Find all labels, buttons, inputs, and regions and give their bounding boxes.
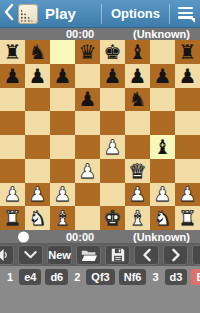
black-pawn: ♟ [104, 65, 122, 87]
collapse-button[interactable] [18, 245, 43, 265]
black-player-bar: 00:00 (Unknown) [0, 28, 200, 40]
square-e7[interactable]: ♟ [100, 64, 125, 88]
white-bishop: ♝ [129, 207, 147, 229]
white-pawn: ♟ [179, 183, 197, 205]
white-rook: ♜ [179, 207, 197, 229]
black-pawn: ♟ [29, 65, 47, 87]
square-f2[interactable]: ♟ [125, 183, 150, 207]
chevron-right-icon [170, 248, 182, 262]
black-bishop: ♝ [129, 41, 147, 63]
square-e1[interactable]: ♚ [100, 206, 125, 230]
black-clock: 00:00 [66, 28, 94, 40]
options-button[interactable]: Options [102, 0, 169, 28]
black-knight: ♞ [129, 88, 147, 110]
square-c6[interactable] [50, 88, 75, 112]
square-h3[interactable] [175, 159, 200, 183]
square-b5[interactable] [25, 111, 50, 135]
app-window: Play Options 00:00 (Unknown) ♜♞♛♚♝♜♟♟♟♟♟… [0, 0, 200, 313]
black-pawn: ♟ [4, 65, 22, 87]
square-b8[interactable]: ♞ [25, 40, 50, 64]
play-icon [198, 248, 200, 262]
square-g6[interactable] [150, 88, 175, 112]
square-h1[interactable]: ♜ [175, 206, 200, 230]
folder-open-icon [81, 249, 97, 262]
square-d4[interactable] [75, 135, 100, 159]
square-h6[interactable] [175, 88, 200, 112]
square-a2[interactable]: ♟ [0, 183, 25, 207]
back-button[interactable] [0, 0, 16, 28]
square-f8[interactable]: ♝ [125, 40, 150, 64]
square-a3[interactable] [0, 159, 25, 183]
square-c3[interactable] [50, 159, 75, 183]
square-h4[interactable] [175, 135, 200, 159]
overflow-menu-icon [178, 7, 193, 20]
white-pawn: ♟ [79, 160, 97, 182]
square-f7[interactable]: ♟ [125, 64, 150, 88]
new-button[interactable]: New [47, 245, 72, 265]
square-c4[interactable] [50, 135, 75, 159]
black-queen: ♛ [79, 41, 97, 63]
square-d2[interactable] [75, 183, 100, 207]
chess-board: ♜♞♛♚♝♜♟♟♟♟♟♟♟♟♞♟♝♟♛♟♟♟♟♟♟♜♞♝♚♝♞♜ [0, 40, 200, 230]
square-d7[interactable] [75, 64, 100, 88]
square-f6[interactable]: ♞ [125, 88, 150, 112]
menu-button[interactable] [170, 0, 200, 28]
square-b7[interactable]: ♟ [25, 64, 50, 88]
square-h7[interactable]: ♟ [175, 64, 200, 88]
black-pawn: ♟ [129, 65, 147, 87]
chevron-down-icon [23, 249, 38, 261]
square-b1[interactable]: ♞ [25, 206, 50, 230]
volume-button[interactable] [0, 245, 14, 265]
open-button[interactable] [76, 245, 101, 265]
square-d3[interactable]: ♟ [75, 159, 100, 183]
move-Qf3[interactable]: Qf3 [86, 269, 114, 285]
square-a8[interactable]: ♜ [0, 40, 25, 64]
square-g3[interactable] [150, 159, 175, 183]
square-a7[interactable]: ♟ [0, 64, 25, 88]
square-b4[interactable] [25, 135, 50, 159]
black-king: ♚ [104, 41, 122, 63]
empty-area [0, 287, 200, 313]
square-b6[interactable] [25, 88, 50, 112]
white-player-name: (Unknown) [133, 231, 190, 243]
move-number: 1 [7, 271, 13, 283]
square-g7[interactable]: ♟ [150, 64, 175, 88]
move-d3[interactable]: d3 [165, 269, 188, 285]
back-move-button[interactable] [134, 245, 159, 265]
square-f1[interactable]: ♝ [125, 206, 150, 230]
square-e6[interactable] [100, 88, 125, 112]
square-h2[interactable]: ♟ [175, 183, 200, 207]
square-f3[interactable]: ♛ [125, 159, 150, 183]
square-a1[interactable]: ♜ [0, 206, 25, 230]
white-pawn: ♟ [54, 183, 72, 205]
move-Bg4-current[interactable]: Bg4 [191, 269, 200, 285]
square-d5[interactable] [75, 111, 100, 135]
white-bishop: ♝ [54, 207, 72, 229]
white-turn-indicator [18, 231, 29, 242]
black-player-name: (Unknown) [133, 28, 190, 40]
white-pawn: ♟ [4, 183, 22, 205]
move-d6[interactable]: d6 [45, 269, 68, 285]
move-number: 3 [152, 271, 158, 283]
white-player-bar: 00:00 (Unknown) [0, 230, 200, 243]
square-g8[interactable] [150, 40, 175, 64]
black-pawn: ♟ [179, 65, 197, 87]
square-b2[interactable]: ♟ [25, 183, 50, 207]
square-g1[interactable]: ♞ [150, 206, 175, 230]
floppy-disk-icon [111, 248, 125, 262]
black-bishop: ♝ [154, 136, 172, 158]
white-clock: 00:00 [66, 231, 94, 243]
white-king: ♚ [104, 207, 122, 229]
square-c8[interactable] [50, 40, 75, 64]
black-pawn: ♟ [54, 65, 72, 87]
square-e4[interactable]: ♟ [100, 135, 125, 159]
square-b3[interactable] [25, 159, 50, 183]
black-pawn: ♟ [154, 65, 172, 87]
white-pawn: ♟ [104, 136, 122, 158]
square-a4[interactable] [0, 135, 25, 159]
black-rook: ♜ [4, 41, 22, 63]
white-knight: ♞ [154, 207, 172, 229]
square-e3[interactable] [100, 159, 125, 183]
move-e4[interactable]: e4 [19, 269, 41, 285]
move-Nf6[interactable]: Nf6 [119, 269, 147, 285]
square-e8[interactable]: ♚ [100, 40, 125, 64]
white-pawn: ♟ [129, 183, 147, 205]
save-button[interactable] [105, 245, 130, 265]
black-rook: ♜ [179, 41, 197, 63]
square-c1[interactable]: ♝ [50, 206, 75, 230]
square-c7[interactable]: ♟ [50, 64, 75, 88]
speaker-icon [0, 247, 10, 263]
game-toolbar: New [0, 243, 200, 266]
chevron-left-icon [141, 248, 153, 262]
square-g2[interactable]: ♟ [150, 183, 175, 207]
square-c5[interactable] [50, 111, 75, 135]
chess-app-icon [18, 4, 38, 24]
square-f4[interactable] [125, 135, 150, 159]
square-c2[interactable]: ♟ [50, 183, 75, 207]
square-a6[interactable] [0, 88, 25, 112]
square-d1[interactable] [75, 206, 100, 230]
page-title: Play [45, 5, 76, 22]
square-h5[interactable] [175, 111, 200, 135]
back-chevron-icon [3, 3, 14, 25]
square-g4[interactable]: ♝ [150, 135, 175, 159]
forward-move-button[interactable] [163, 245, 188, 265]
square-d6[interactable]: ♟ [75, 88, 100, 112]
square-g5[interactable] [150, 111, 175, 135]
white-pawn: ♟ [29, 183, 47, 205]
square-d8[interactable]: ♛ [75, 40, 100, 64]
square-e2[interactable] [100, 183, 125, 207]
play-button[interactable] [192, 245, 200, 265]
move-list: 1e4d62Qf3Nf63d3Bg4 [0, 266, 200, 287]
white-rook: ♜ [4, 207, 22, 229]
square-h8[interactable]: ♜ [175, 40, 200, 64]
black-knight: ♞ [29, 41, 47, 63]
white-knight: ♞ [29, 207, 47, 229]
square-e5[interactable] [100, 111, 125, 135]
header-bar: Play Options [0, 0, 200, 28]
square-a5[interactable] [0, 111, 25, 135]
white-pawn: ♟ [154, 183, 172, 205]
black-pawn: ♟ [79, 88, 97, 110]
move-number: 2 [74, 271, 80, 283]
square-f5[interactable] [125, 111, 150, 135]
white-queen: ♛ [129, 160, 147, 182]
